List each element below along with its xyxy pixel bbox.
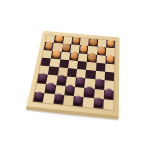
- light-checker: [89, 39, 97, 46]
- dark-checker: [46, 85, 55, 93]
- board-grid: [33, 35, 115, 110]
- light-checker: [70, 53, 78, 60]
- light-checker: [80, 46, 88, 53]
- dark-checker: [85, 88, 94, 97]
- light-checker: [88, 54, 96, 61]
- light-checker: [72, 38, 80, 45]
- light-checker: [106, 56, 114, 63]
- light-checker: [55, 36, 63, 43]
- light-checker: [62, 44, 70, 51]
- dark-checker: [57, 77, 66, 85]
- light-checker: [97, 48, 105, 55]
- dark-checker: [104, 90, 112, 99]
- dark-checker: [94, 99, 103, 108]
- dark-checker: [74, 97, 83, 106]
- light-checker: [107, 41, 114, 48]
- board-square: [93, 98, 104, 109]
- dark-checker: [95, 80, 103, 88]
- light-checker: [52, 51, 60, 58]
- board-square: [103, 99, 113, 110]
- dark-checker: [76, 78, 85, 86]
- checkers-board: [27, 31, 120, 116]
- dark-checker: [65, 86, 74, 94]
- dark-checker: [54, 95, 63, 104]
- product-photo: [0, 0, 150, 150]
